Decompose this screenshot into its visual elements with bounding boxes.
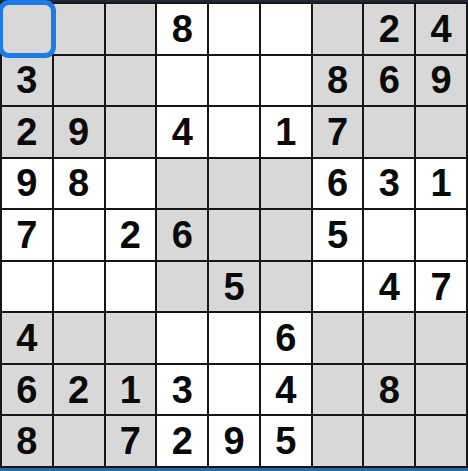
cell-r7c9[interactable] — [416, 313, 466, 363]
cell-r3c4[interactable]: 4 — [157, 107, 207, 157]
cell-r6c5[interactable]: 5 — [209, 262, 259, 312]
cell-r1c9[interactable]: 4 — [416, 4, 466, 54]
cell-r9c1[interactable]: 8 — [2, 416, 52, 466]
cell-r3c6[interactable]: 1 — [261, 107, 311, 157]
cell-r7c6[interactable]: 6 — [261, 313, 311, 363]
cell-r6c3[interactable] — [106, 262, 156, 312]
cell-r1c5[interactable] — [209, 4, 259, 54]
cell-r5c8[interactable] — [364, 210, 414, 260]
cell-r7c4[interactable] — [157, 313, 207, 363]
cell-r6c4[interactable] — [157, 262, 207, 312]
cell-r5c1[interactable]: 7 — [2, 210, 52, 260]
cell-r8c7[interactable] — [313, 365, 363, 415]
cell-r8c6[interactable]: 4 — [261, 365, 311, 415]
cell-r1c4[interactable]: 8 — [157, 4, 207, 54]
cell-r1c3[interactable] — [106, 4, 156, 54]
cell-r6c1[interactable] — [2, 262, 52, 312]
cell-r9c9[interactable] — [416, 416, 466, 466]
cell-r6c7[interactable] — [313, 262, 363, 312]
cell-r6c8[interactable]: 4 — [364, 262, 414, 312]
cell-r7c5[interactable] — [209, 313, 259, 363]
cell-r3c8[interactable] — [364, 107, 414, 157]
cell-r8c1[interactable]: 6 — [2, 365, 52, 415]
cell-r5c5[interactable] — [209, 210, 259, 260]
cell-r8c8[interactable]: 8 — [364, 365, 414, 415]
cell-r1c8[interactable]: 2 — [364, 4, 414, 54]
cell-r9c5[interactable]: 9 — [209, 416, 259, 466]
cell-r4c1[interactable]: 9 — [2, 159, 52, 209]
cell-r7c1[interactable]: 4 — [2, 313, 52, 363]
cell-r9c2[interactable] — [54, 416, 104, 466]
cell-r5c4[interactable]: 6 — [157, 210, 207, 260]
cell-r3c7[interactable]: 7 — [313, 107, 363, 157]
cell-r2c8[interactable]: 6 — [364, 56, 414, 106]
cell-r4c8[interactable]: 3 — [364, 159, 414, 209]
cell-r1c2[interactable] — [54, 4, 104, 54]
cell-r2c5[interactable] — [209, 56, 259, 106]
cell-r2c6[interactable] — [261, 56, 311, 106]
cell-r5c6[interactable] — [261, 210, 311, 260]
cell-r8c4[interactable]: 3 — [157, 365, 207, 415]
cell-r4c5[interactable] — [209, 159, 259, 209]
cell-r5c7[interactable]: 5 — [313, 210, 363, 260]
cell-r5c9[interactable] — [416, 210, 466, 260]
cell-r2c3[interactable] — [106, 56, 156, 106]
cell-r2c7[interactable]: 8 — [313, 56, 363, 106]
cell-r4c6[interactable] — [261, 159, 311, 209]
cell-r8c2[interactable]: 2 — [54, 365, 104, 415]
cell-r9c8[interactable] — [364, 416, 414, 466]
cell-r6c6[interactable] — [261, 262, 311, 312]
sudoku-app-screenshot: 8243869294179863172655474662134887295 — [0, 0, 468, 471]
cell-r4c9[interactable]: 1 — [416, 159, 466, 209]
cell-r5c2[interactable] — [54, 210, 104, 260]
cell-r3c5[interactable] — [209, 107, 259, 157]
cell-r6c9[interactable]: 7 — [416, 262, 466, 312]
cell-r9c6[interactable]: 5 — [261, 416, 311, 466]
cell-r7c3[interactable] — [106, 313, 156, 363]
cell-r9c3[interactable]: 7 — [106, 416, 156, 466]
cell-r8c9[interactable] — [416, 365, 466, 415]
cell-r4c3[interactable] — [106, 159, 156, 209]
cell-r1c7[interactable] — [313, 4, 363, 54]
cell-r9c4[interactable]: 2 — [157, 416, 207, 466]
cell-r3c9[interactable] — [416, 107, 466, 157]
cell-r3c2[interactable]: 9 — [54, 107, 104, 157]
cell-r9c7[interactable] — [313, 416, 363, 466]
cell-r8c5[interactable] — [209, 365, 259, 415]
cell-r7c8[interactable] — [364, 313, 414, 363]
cell-r3c1[interactable]: 2 — [2, 107, 52, 157]
cell-r2c2[interactable] — [54, 56, 104, 106]
cell-r7c7[interactable] — [313, 313, 363, 363]
cell-r6c2[interactable] — [54, 262, 104, 312]
cell-r4c4[interactable] — [157, 159, 207, 209]
sudoku-board: 8243869294179863172655474662134887295 — [0, 2, 468, 468]
cell-r4c7[interactable]: 6 — [313, 159, 363, 209]
cell-r3c3[interactable] — [106, 107, 156, 157]
cell-r2c9[interactable]: 9 — [416, 56, 466, 106]
cell-r2c1[interactable]: 3 — [2, 56, 52, 106]
cell-r2c4[interactable] — [157, 56, 207, 106]
cell-r7c2[interactable] — [54, 313, 104, 363]
cell-r8c3[interactable]: 1 — [106, 365, 156, 415]
cell-r1c1[interactable] — [2, 4, 52, 54]
cell-r4c2[interactable]: 8 — [54, 159, 104, 209]
cell-r5c3[interactable]: 2 — [106, 210, 156, 260]
cell-r1c6[interactable] — [261, 4, 311, 54]
selected-cell-highlight — [0, 0, 56, 58]
